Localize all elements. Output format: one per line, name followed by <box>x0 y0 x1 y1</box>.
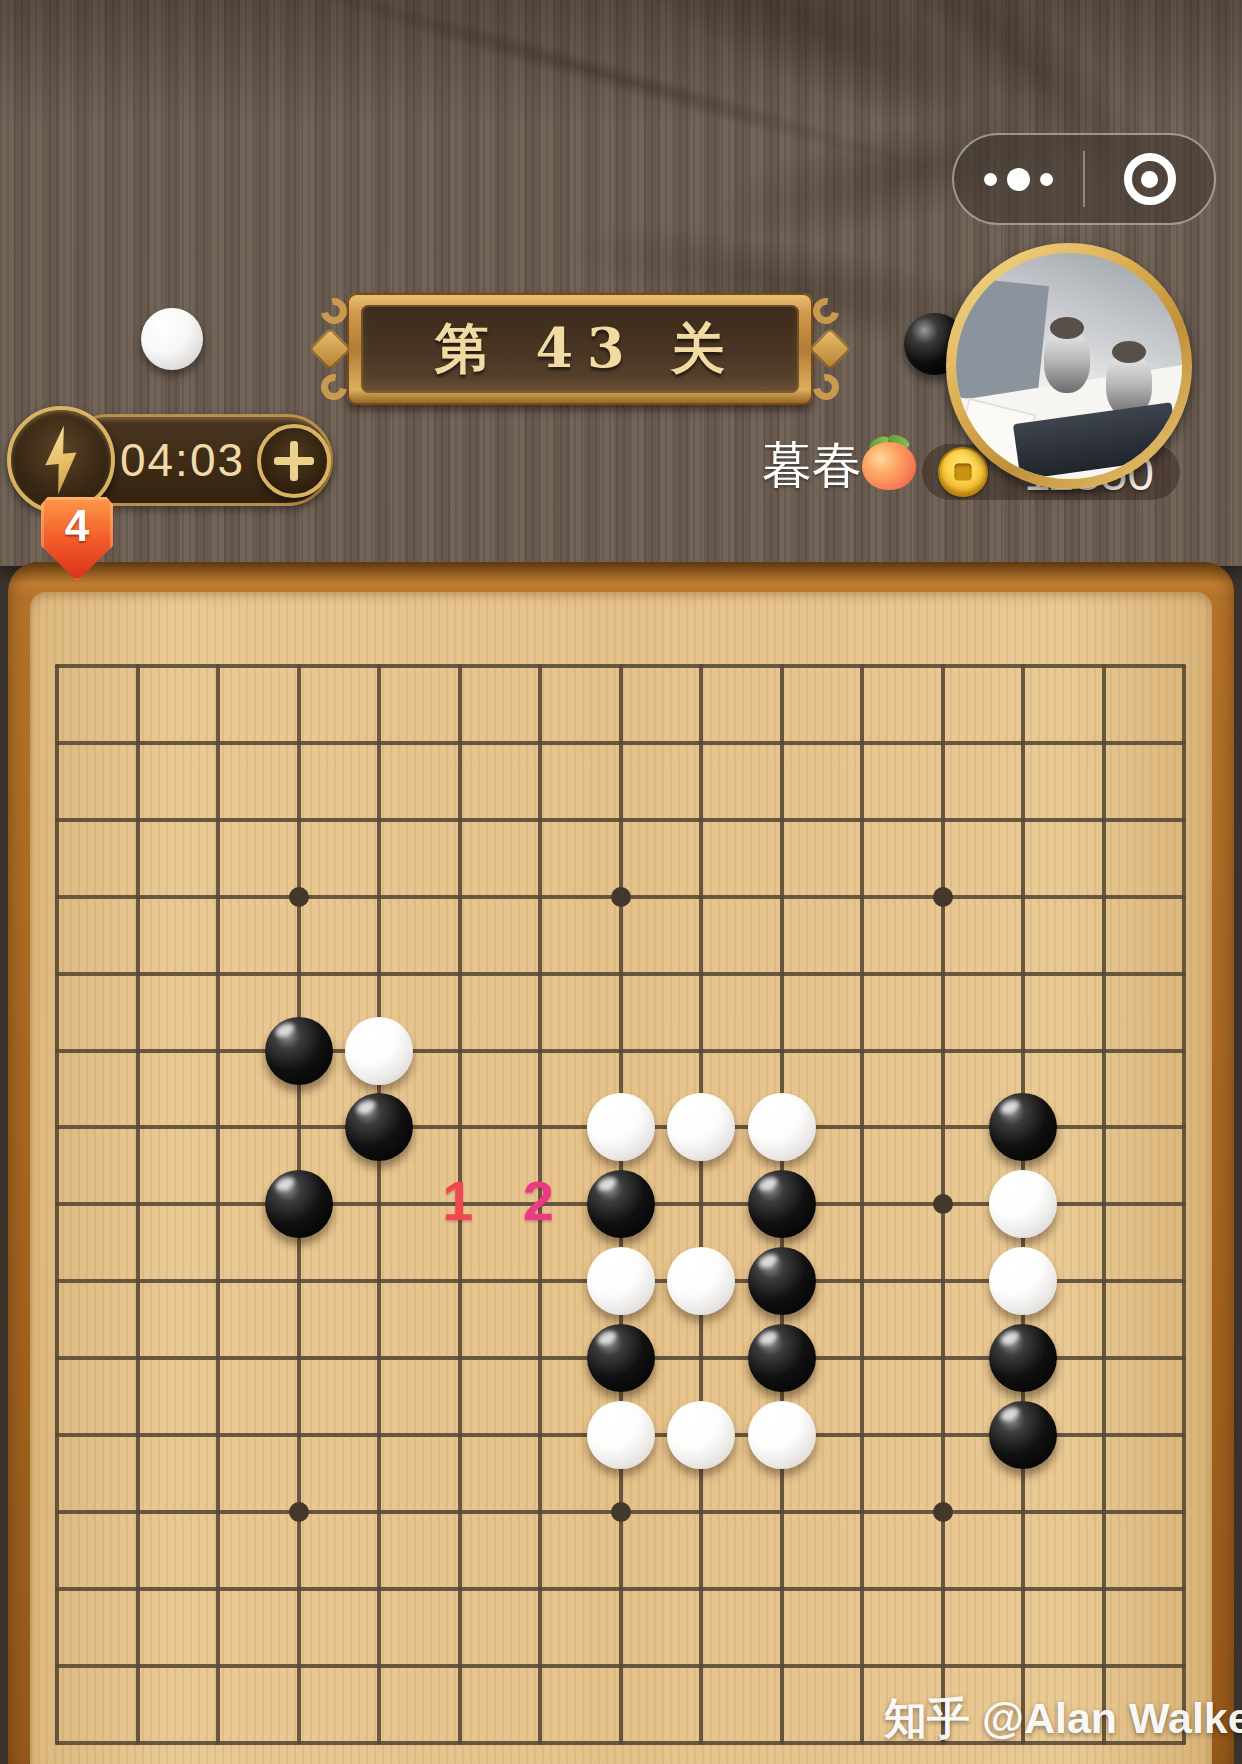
coin-icon <box>938 447 988 497</box>
more-dots-icon <box>984 173 997 186</box>
more-dots-icon <box>1007 168 1030 191</box>
more-dots-icon <box>1040 173 1053 186</box>
more-button[interactable] <box>954 135 1083 223</box>
timer-value: 04:03 <box>120 433 245 487</box>
white-turn-stone <box>141 308 203 370</box>
banner-ornament-right <box>801 298 847 400</box>
exit-button[interactable] <box>1085 135 1214 223</box>
avatar-photo <box>956 253 1182 479</box>
level-title: 第 43 关 <box>421 313 740 386</box>
go-board[interactable] <box>30 592 1212 1764</box>
level-banner: 第 43 关 <box>347 293 813 405</box>
board-frame <box>8 562 1234 1764</box>
player-name: 暮春 <box>640 432 862 499</box>
banner-ornament-left <box>313 298 359 400</box>
energy-count: 4 <box>65 501 89 551</box>
banner-panel: 第 43 关 <box>361 305 799 393</box>
player-avatar[interactable] <box>946 243 1192 489</box>
target-circle-icon <box>1124 153 1176 205</box>
watermark: 知乎 @Alan Walker <box>884 1690 1242 1748</box>
peach-emoji-icon <box>862 436 916 490</box>
add-time-button[interactable] <box>257 424 331 498</box>
wechat-capsule <box>952 133 1216 225</box>
game-screen: 12 第 43 关 <box>0 0 1242 1764</box>
lightning-icon <box>30 420 91 499</box>
